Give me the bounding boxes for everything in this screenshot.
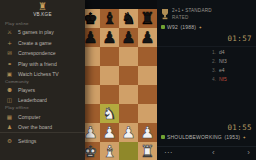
nav-drawer: ♜ VB.KGE Play online ⚔ 5 games in play +… bbox=[0, 0, 85, 160]
previous-move-icon[interactable]: ‹ bbox=[212, 147, 215, 159]
square-f1[interactable]: ♝ bbox=[100, 142, 119, 160]
black-pawn-e7: ♟ bbox=[83, 30, 97, 46]
bottom-player-name: SHOULDBEWORKING bbox=[167, 134, 222, 140]
drawer-header[interactable]: ♜ VB.KGE bbox=[0, 1, 85, 17]
players-icon: ⚉ bbox=[4, 87, 15, 93]
square-h7[interactable]: ♟ bbox=[138, 28, 157, 47]
square-g6[interactable] bbox=[119, 47, 138, 66]
move-san[interactable]: e4 bbox=[219, 67, 225, 73]
square-h1[interactable]: ♜ bbox=[138, 142, 157, 160]
square-g7[interactable]: ♟ bbox=[119, 28, 138, 47]
top-player-rating: (1988) bbox=[180, 24, 196, 30]
black-rook-h8: ♜ bbox=[140, 11, 154, 27]
square-f2[interactable]: ♟ bbox=[100, 123, 119, 142]
star-badge-icon: ✦ bbox=[243, 135, 247, 140]
handshake-icon: ⚭ bbox=[4, 61, 15, 67]
white-king-e1: ♚ bbox=[83, 144, 97, 160]
move-row[interactable]: 2. Nf3 bbox=[207, 58, 227, 67]
black-pawn-g7: ♟ bbox=[121, 30, 135, 46]
drawer-item-lichess-tv[interactable]: ▣ Watch Lichess TV bbox=[0, 69, 85, 79]
star-badge-icon: ✦ bbox=[199, 25, 203, 30]
bottom-player-row[interactable]: SHOULDBEWORKING (1953) ✦ bbox=[161, 134, 246, 140]
online-dot-icon bbox=[161, 25, 165, 29]
move-row[interactable]: 3. e4 bbox=[207, 67, 227, 76]
drawer-item-label: 5 games in play bbox=[18, 29, 54, 35]
white-pawn-h2: ♟ bbox=[140, 125, 154, 141]
drawer-divider bbox=[0, 132, 85, 133]
drawer-item-label: Watch Lichess TV bbox=[18, 71, 59, 77]
square-g8[interactable]: ♞ bbox=[119, 9, 138, 28]
drawer-item-label: Play with a friend bbox=[18, 61, 57, 67]
drawer-item-create-game[interactable]: + Create a game bbox=[0, 38, 85, 48]
square-f6[interactable] bbox=[100, 47, 119, 66]
drawer-item-label: Over the board bbox=[18, 124, 52, 130]
more-menu-icon[interactable]: ⋯ bbox=[164, 147, 173, 159]
square-f4[interactable] bbox=[100, 85, 119, 104]
white-pawn-g2: ♟ bbox=[121, 125, 135, 141]
gear-icon: ⚙ bbox=[4, 138, 15, 144]
top-player-row[interactable]: W92 (1988) ✦ bbox=[161, 24, 202, 30]
white-rook-h1: ♜ bbox=[140, 144, 154, 160]
drawer-item-correspondence[interactable]: ✉ Correspondence bbox=[0, 48, 85, 58]
square-h3[interactable] bbox=[138, 104, 157, 123]
move-number: 1. bbox=[207, 50, 216, 55]
drawer-item-label: Players bbox=[18, 87, 35, 93]
move-row-current[interactable]: 4. Nf5 bbox=[207, 76, 227, 85]
move-san[interactable]: d4 bbox=[219, 49, 225, 55]
drawer-item-players[interactable]: ⚉ Players bbox=[0, 85, 85, 95]
square-g1[interactable] bbox=[119, 142, 138, 160]
crossed-swords-icon: ⚔ bbox=[4, 29, 15, 35]
plus-icon: + bbox=[4, 40, 15, 46]
move-list[interactable]: 1. d4 2. Nf3 3. e4 4. Nf5 bbox=[207, 49, 227, 85]
drawer-item-label: Leaderboard bbox=[18, 97, 47, 103]
square-g3[interactable] bbox=[119, 104, 138, 123]
game-panel: 2+1 • STANDARD RATED W92 (1988) ✦ 01:57 … bbox=[157, 0, 256, 160]
black-pawn-h7: ♟ bbox=[140, 30, 154, 46]
drawer-item-settings[interactable]: ⚙ Settings bbox=[0, 136, 85, 146]
top-player-clock: 01:57 bbox=[227, 34, 252, 43]
top-player-name: W92 bbox=[167, 24, 178, 30]
move-san[interactable]: Nf5 bbox=[219, 76, 227, 82]
white-pawn-e2: ♟ bbox=[83, 125, 97, 141]
drawer-item-games-in-play[interactable]: ⚔ 5 games in play bbox=[0, 27, 85, 37]
drawer-item-label: Correspondence bbox=[18, 50, 56, 56]
computer-icon: ▦ bbox=[4, 114, 15, 120]
square-g2[interactable]: ♟ bbox=[119, 123, 138, 142]
square-g4[interactable] bbox=[119, 85, 138, 104]
envelope-icon: ✉ bbox=[4, 50, 15, 56]
drawer-item-label: Computer bbox=[18, 114, 40, 120]
move-san[interactable]: Nf3 bbox=[219, 58, 227, 64]
white-pawn-f2: ♟ bbox=[102, 125, 116, 141]
square-h2[interactable]: ♟ bbox=[138, 123, 157, 142]
drawer-username: VB.KGE bbox=[0, 12, 85, 17]
bottom-player-rating: (1953) bbox=[224, 134, 240, 140]
square-h6[interactable] bbox=[138, 47, 157, 66]
white-bishop-f1: ♝ bbox=[102, 144, 116, 160]
panel-divider bbox=[157, 46, 256, 47]
online-dot-icon bbox=[161, 135, 165, 139]
tv-icon: ▣ bbox=[4, 71, 15, 77]
square-f3[interactable]: ♞ bbox=[100, 104, 119, 123]
drawer-item-computer[interactable]: ▦ Computer bbox=[0, 112, 85, 122]
drawer-item-over-the-board[interactable]: ♟ Over the board bbox=[0, 122, 85, 132]
section-play-offline: Play offline bbox=[5, 105, 29, 110]
game-meta: 2+1 • STANDARD RATED bbox=[161, 9, 212, 20]
section-play-online: Play online bbox=[5, 21, 29, 26]
trophy-icon bbox=[161, 9, 169, 20]
square-f7[interactable]: ♟ bbox=[100, 28, 119, 47]
board-icon: ♟ bbox=[4, 124, 15, 130]
next-move-icon[interactable]: › bbox=[247, 147, 250, 159]
move-row[interactable]: 1. d4 bbox=[207, 49, 227, 58]
black-king-e8: ♚ bbox=[83, 11, 97, 27]
move-number: 3. bbox=[207, 68, 216, 73]
move-number: 2. bbox=[207, 59, 216, 64]
drawer-item-leaderboard[interactable]: ◫ Leaderboard bbox=[0, 95, 85, 105]
square-h8[interactable]: ♜ bbox=[138, 9, 157, 28]
square-f8[interactable]: ♝ bbox=[100, 9, 119, 28]
square-h4[interactable] bbox=[138, 85, 157, 104]
bottom-player-clock: 01:55 bbox=[227, 123, 252, 132]
square-f5[interactable] bbox=[100, 66, 119, 85]
chess-piece-logo-icon: ♜ bbox=[0, 1, 85, 12]
black-bishop-f8: ♝ bbox=[102, 11, 116, 27]
black-pawn-f7: ♟ bbox=[102, 30, 116, 46]
time-control-label: 2+1 • STANDARD bbox=[172, 9, 212, 14]
drawer-item-play-with-friend[interactable]: ⚭ Play with a friend bbox=[0, 59, 85, 69]
drawer-item-label: Settings bbox=[18, 138, 36, 144]
black-knight-g8: ♞ bbox=[121, 11, 135, 27]
bottom-toolbar: ⋯ ‹ › bbox=[157, 146, 256, 160]
rated-label: RATED bbox=[172, 16, 212, 21]
drawer-item-label: Create a game bbox=[18, 40, 52, 46]
section-community: Community bbox=[5, 79, 29, 84]
leaderboard-icon: ◫ bbox=[4, 97, 15, 103]
square-h5[interactable] bbox=[138, 66, 157, 85]
move-number: 4. bbox=[207, 77, 216, 82]
white-knight-f3: ♞ bbox=[102, 106, 116, 122]
square-g5[interactable] bbox=[119, 66, 138, 85]
